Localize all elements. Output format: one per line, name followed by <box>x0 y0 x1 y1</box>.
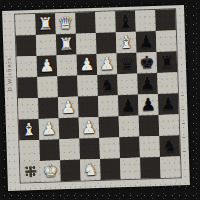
square-h2[interactable]: ♞ <box>159 135 180 157</box>
square-a8[interactable] <box>15 14 36 36</box>
corner-ornament-icon <box>24 165 36 177</box>
black-pawn[interactable]: ♟ <box>137 73 158 95</box>
square-g3[interactable] <box>139 115 160 137</box>
square-c3[interactable] <box>59 118 80 140</box>
square-g4[interactable]: ♟ <box>138 94 159 116</box>
square-g2[interactable] <box>139 136 160 158</box>
white-pawn[interactable]: ♟ <box>79 117 100 139</box>
square-h1[interactable] <box>160 156 181 178</box>
black-knight[interactable]: ♞ <box>159 135 180 157</box>
square-g6[interactable]: ♚ <box>137 52 158 74</box>
square-b7[interactable] <box>36 34 57 56</box>
square-h3[interactable] <box>159 114 180 136</box>
square-f4[interactable]: ♟ <box>118 95 139 117</box>
square-h4[interactable]: ♟ <box>158 93 179 115</box>
black-pawn[interactable]: ♟ <box>118 95 139 117</box>
white-rook[interactable]: ♜ <box>56 34 77 56</box>
border-tick-marks <box>181 95 186 155</box>
black-pawn[interactable]: ♟ <box>158 93 179 115</box>
square-h8[interactable] <box>155 9 176 31</box>
white-pawn[interactable]: ♟ <box>77 54 98 76</box>
square-d1[interactable]: ♞ <box>80 159 101 181</box>
square-d5[interactable] <box>77 75 98 97</box>
square-e3[interactable] <box>99 116 120 138</box>
white-pawn[interactable]: ♟ <box>97 53 118 75</box>
square-e2[interactable] <box>99 137 120 159</box>
square-a6[interactable] <box>17 56 38 78</box>
square-f2[interactable] <box>119 137 140 159</box>
square-d2[interactable] <box>79 138 100 160</box>
black-king[interactable]: ♚ <box>137 52 158 74</box>
white-bishop[interactable]: ♝ <box>19 119 40 141</box>
square-b1[interactable]: ♚ <box>40 160 61 182</box>
square-e7[interactable] <box>96 32 117 54</box>
square-a7[interactable] <box>16 35 37 57</box>
square-b2[interactable] <box>39 139 60 161</box>
white-queen[interactable]: ♛ <box>55 13 76 35</box>
square-h5[interactable] <box>157 72 178 94</box>
square-f8[interactable]: ♝ <box>115 11 136 33</box>
square-a4[interactable] <box>18 98 39 120</box>
square-f7[interactable]: ♝ <box>116 32 137 54</box>
square-d4[interactable] <box>78 96 99 118</box>
square-a3[interactable]: ♝ <box>19 119 40 141</box>
square-h7[interactable] <box>156 30 177 52</box>
square-b4[interactable] <box>38 97 59 119</box>
white-knight[interactable]: ♞ <box>80 159 101 181</box>
black-knight[interactable]: ♞ <box>97 74 118 96</box>
black-queen[interactable]: ♛ <box>117 53 138 75</box>
white-king[interactable]: ♚ <box>40 160 61 182</box>
square-c8[interactable]: ♛ <box>55 13 76 35</box>
black-pawn[interactable]: ♟ <box>136 31 157 53</box>
black-bishop[interactable]: ♝ <box>115 11 136 33</box>
square-g8[interactable] <box>135 10 156 32</box>
square-b8[interactable]: ♜ <box>35 13 56 35</box>
square-g5[interactable]: ♟ <box>137 73 158 95</box>
square-b3[interactable]: ♟ <box>39 118 60 140</box>
square-e1[interactable] <box>100 158 121 180</box>
square-c1[interactable] <box>60 160 81 182</box>
square-c4[interactable]: ♟ <box>58 97 79 119</box>
square-a5[interactable] <box>17 77 38 99</box>
square-b6[interactable]: ♟ <box>37 55 58 77</box>
white-pawn[interactable]: ♟ <box>39 118 60 140</box>
square-f1[interactable] <box>120 158 141 180</box>
square-g7[interactable]: ♟ <box>136 31 157 53</box>
square-e6[interactable]: ♟ <box>97 53 118 75</box>
white-bishop[interactable]: ♝ <box>116 32 137 54</box>
square-f3[interactable] <box>119 116 140 138</box>
square-d8[interactable] <box>75 12 96 34</box>
square-d7[interactable] <box>76 33 97 55</box>
square-h6[interactable]: ♜ <box>157 51 178 73</box>
square-d3[interactable]: ♟ <box>79 117 100 139</box>
chess-board: D.Wichers ♜♛♝♜♝♟♟♟♟♛♚♜♞♟♟♟♟♟♝♟♟♞♚♞ <box>2 5 190 191</box>
square-c6[interactable] <box>57 55 78 77</box>
board-brand-text: D.Wichers <box>6 57 13 92</box>
black-pawn[interactable]: ♟ <box>138 94 159 116</box>
square-c7[interactable]: ♜ <box>56 34 77 56</box>
square-g1[interactable] <box>140 157 161 179</box>
white-rook[interactable]: ♜ <box>35 13 56 35</box>
square-b5[interactable] <box>37 76 58 98</box>
chessboard-photo: D.Wichers ♜♛♝♜♝♟♟♟♟♛♚♜♞♟♟♟♟♟♝♟♟♞♚♞ <box>0 0 200 200</box>
black-rook[interactable]: ♜ <box>157 51 178 73</box>
square-d6[interactable]: ♟ <box>77 54 98 76</box>
square-c2[interactable] <box>59 139 80 161</box>
square-e8[interactable] <box>95 11 116 33</box>
square-f5[interactable] <box>117 74 138 96</box>
white-pawn[interactable]: ♟ <box>37 55 58 77</box>
white-pawn[interactable]: ♟ <box>58 97 79 119</box>
board-grid: ♜♛♝♜♝♟♟♟♟♛♚♜♞♟♟♟♟♟♝♟♟♞♚♞ <box>15 9 180 182</box>
square-a1[interactable] <box>20 161 41 183</box>
square-e4[interactable] <box>98 95 119 117</box>
square-f6[interactable]: ♛ <box>117 53 138 75</box>
square-e5[interactable]: ♞ <box>97 74 118 96</box>
square-c5[interactable] <box>57 76 78 98</box>
square-a2[interactable] <box>19 140 40 162</box>
